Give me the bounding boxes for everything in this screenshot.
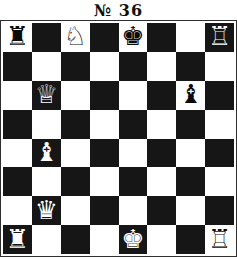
square-c2 — [61, 196, 90, 225]
white-rook-icon: ♖ — [208, 226, 231, 252]
square-a6 — [3, 81, 32, 110]
square-f1 — [147, 225, 176, 254]
square-c6 — [61, 81, 90, 110]
diagram-number: № 36 — [0, 0, 237, 20]
square-f2 — [147, 196, 176, 225]
square-b6: ♕ — [32, 81, 61, 110]
square-g2 — [176, 196, 205, 225]
square-d7 — [90, 52, 119, 81]
square-d3 — [90, 167, 119, 196]
square-f8 — [147, 23, 176, 52]
square-g8 — [176, 23, 205, 52]
square-e8: ♚ — [119, 23, 148, 52]
black-king-icon: ♚ — [121, 23, 144, 49]
square-f6 — [147, 81, 176, 110]
black-queen-icon: ♕ — [35, 81, 58, 107]
square-c5 — [61, 110, 90, 139]
square-h8: ♖ — [205, 23, 234, 52]
square-g7 — [176, 52, 205, 81]
square-b7 — [32, 52, 61, 81]
black-rook-icon: ♖ — [208, 23, 231, 49]
square-g3 — [176, 167, 205, 196]
square-g5 — [176, 110, 205, 139]
square-a8: ♜ — [3, 23, 32, 52]
square-b2: ♛ — [32, 196, 61, 225]
square-d6 — [90, 81, 119, 110]
square-f5 — [147, 110, 176, 139]
square-a2 — [3, 196, 32, 225]
board-grid: ♜♘♚♖♕♝♝♛♜♚♖ — [3, 23, 234, 254]
chess-diagram-page: № 36 ♜♘♚♖♕♝♝♛♜♚♖ — [0, 0, 237, 260]
black-rook-icon: ♜ — [6, 23, 29, 49]
square-f3 — [147, 167, 176, 196]
square-b1 — [32, 225, 61, 254]
square-e6 — [119, 81, 148, 110]
white-knight-icon: ♘ — [64, 23, 87, 49]
square-a7 — [3, 52, 32, 81]
square-f4 — [147, 139, 176, 168]
square-a1: ♜ — [3, 225, 32, 254]
square-a4 — [3, 139, 32, 168]
square-g6: ♝ — [176, 81, 205, 110]
square-c4 — [61, 139, 90, 168]
square-d8 — [90, 23, 119, 52]
square-e1: ♚ — [119, 225, 148, 254]
square-e4 — [119, 139, 148, 168]
square-a3 — [3, 167, 32, 196]
square-f7 — [147, 52, 176, 81]
square-h2 — [205, 196, 234, 225]
black-bishop-icon: ♝ — [179, 81, 202, 107]
square-d2 — [90, 196, 119, 225]
white-queen-icon: ♛ — [35, 197, 58, 223]
square-h6 — [205, 81, 234, 110]
square-b3 — [32, 167, 61, 196]
square-g4 — [176, 139, 205, 168]
square-a5 — [3, 110, 32, 139]
square-d1 — [90, 225, 119, 254]
square-d4 — [90, 139, 119, 168]
square-e3 — [119, 167, 148, 196]
square-c1 — [61, 225, 90, 254]
square-e2 — [119, 196, 148, 225]
square-e5 — [119, 110, 148, 139]
square-e7 — [119, 52, 148, 81]
white-rook-icon: ♜ — [6, 226, 29, 252]
square-c7 — [61, 52, 90, 81]
square-b4: ♝ — [32, 139, 61, 168]
square-h5 — [205, 110, 234, 139]
white-bishop-icon: ♝ — [35, 139, 58, 165]
square-d5 — [90, 110, 119, 139]
square-b5 — [32, 110, 61, 139]
chess-board: ♜♘♚♖♕♝♝♛♜♚♖ — [0, 20, 237, 257]
square-g1 — [176, 225, 205, 254]
square-h7 — [205, 52, 234, 81]
square-c3 — [61, 167, 90, 196]
square-h3 — [205, 167, 234, 196]
square-h4 — [205, 139, 234, 168]
square-h1: ♖ — [205, 225, 234, 254]
white-king-icon: ♚ — [121, 226, 144, 252]
square-c8: ♘ — [61, 23, 90, 52]
square-b8 — [32, 23, 61, 52]
